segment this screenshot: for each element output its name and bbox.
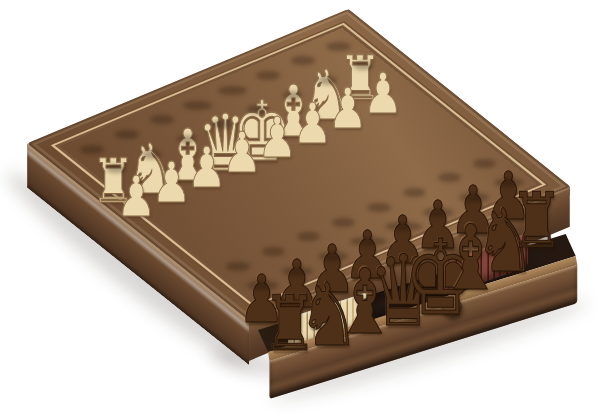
chess-set-photo: ♜♞♝♛♚♝♞♜♟♟♟♟♟♟♟♟♟♟♟♟♟♟♟♟♜♞♝♛♚♝♞♜ bbox=[0, 0, 600, 418]
